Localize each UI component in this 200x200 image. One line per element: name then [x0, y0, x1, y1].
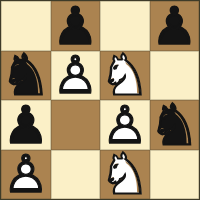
white-knight-outline: ♘ — [100, 150, 150, 200]
white-pawn-icon[interactable]: ♟♙ — [51, 51, 101, 101]
white-pawn-outline: ♙ — [51, 51, 101, 101]
board-square[interactable]: ♞♘ — [1, 51, 51, 101]
black-pawn-icon[interactable]: ♟♙ — [1, 100, 51, 150]
black-knight-outline: ♘ — [150, 100, 200, 150]
white-pawn-outline: ♙ — [1, 150, 51, 200]
board-square[interactable]: ♞♘ — [100, 150, 150, 200]
white-knight-icon[interactable]: ♞♘ — [100, 150, 150, 200]
white-knight-outline: ♘ — [100, 51, 150, 101]
board-square[interactable]: ♟♙ — [51, 51, 101, 101]
white-pawn-icon[interactable]: ♟♙ — [1, 150, 51, 200]
black-pawn-outline: ♙ — [51, 1, 101, 51]
board-square[interactable]: ♞♘ — [150, 100, 200, 150]
board-square[interactable]: ♟♙ — [150, 1, 200, 51]
board-square[interactable]: ♟♙ — [51, 1, 101, 51]
black-pawn-icon[interactable]: ♟♙ — [51, 1, 101, 51]
board-square[interactable] — [51, 100, 101, 150]
black-knight-outline: ♘ — [1, 51, 51, 101]
board-square[interactable]: ♞♘ — [100, 51, 150, 101]
board-square[interactable]: ♟♙ — [1, 150, 51, 200]
black-pawn-outline: ♙ — [1, 100, 51, 150]
white-knight-icon[interactable]: ♞♘ — [100, 51, 150, 101]
board-square[interactable] — [51, 150, 101, 200]
board-square[interactable] — [150, 150, 200, 200]
board-square[interactable]: ♟♙ — [1, 100, 51, 150]
chess-board: ♟♙♟♙♞♘♟♙♞♘♟♙♟♙♞♘♟♙♞♘ — [0, 0, 200, 200]
black-knight-icon[interactable]: ♞♘ — [150, 100, 200, 150]
black-pawn-icon[interactable]: ♟♙ — [150, 1, 200, 51]
black-knight-icon[interactable]: ♞♘ — [1, 51, 51, 101]
black-pawn-outline: ♙ — [150, 1, 200, 51]
